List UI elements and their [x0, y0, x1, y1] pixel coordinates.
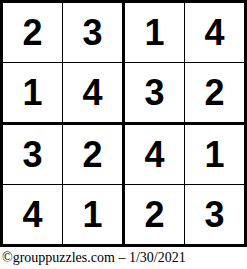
sudoku-cell: 3 — [3, 125, 63, 185]
sudoku-cell: 1 — [3, 63, 63, 125]
footer-credit: ©grouppuzzles.com – 1/30/2021 — [2, 250, 186, 266]
sudoku-cell: 3 — [63, 3, 125, 63]
sudoku-cell: 2 — [185, 63, 244, 125]
sudoku-cell: 3 — [185, 185, 244, 244]
sudoku-grid: 2 3 1 4 1 4 3 2 3 2 4 1 4 1 2 3 — [0, 0, 247, 247]
sudoku-cell: 4 — [63, 63, 125, 125]
sudoku-cell: 2 — [63, 125, 125, 185]
sudoku-cell: 1 — [125, 3, 185, 63]
sudoku-puzzle-page: 2 3 1 4 1 4 3 2 3 2 4 1 4 1 2 3 ©grouppu… — [0, 0, 247, 269]
sudoku-cell: 4 — [3, 185, 63, 244]
sudoku-cell: 1 — [185, 125, 244, 185]
sudoku-cell: 4 — [185, 3, 244, 63]
sudoku-cell: 4 — [125, 125, 185, 185]
sudoku-cell: 2 — [125, 185, 185, 244]
sudoku-cell: 3 — [125, 63, 185, 125]
sudoku-cell: 1 — [63, 185, 125, 244]
sudoku-cell: 2 — [3, 3, 63, 63]
